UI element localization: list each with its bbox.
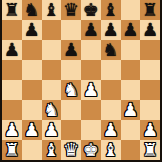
black-knight-icon[interactable]: ♞ xyxy=(24,1,40,19)
square-h4[interactable] xyxy=(140,80,160,100)
square-h1[interactable]: ♜ xyxy=(140,140,160,160)
square-h3[interactable] xyxy=(140,100,160,120)
square-c5[interactable] xyxy=(42,60,62,80)
chess-board-frame: ♜♞♝♛♚♝♜♟♟♟♟♟♟♟♞♞♟♞♟♟♟♟♟♟♜♝♛♚♝♜ xyxy=(0,0,162,162)
square-c8[interactable]: ♝ xyxy=(42,0,62,20)
square-h2[interactable]: ♟ xyxy=(140,120,160,140)
square-d7[interactable] xyxy=(61,20,81,40)
square-a4[interactable] xyxy=(2,80,22,100)
square-e1[interactable]: ♚ xyxy=(81,140,101,160)
square-a2[interactable]: ♟ xyxy=(2,120,22,140)
square-d3[interactable] xyxy=(61,100,81,120)
square-f3[interactable] xyxy=(101,100,121,120)
square-e2[interactable] xyxy=(81,120,101,140)
black-knight-icon[interactable]: ♞ xyxy=(103,41,119,59)
black-pawn-icon[interactable]: ♟ xyxy=(24,21,40,39)
square-a1[interactable]: ♜ xyxy=(2,140,22,160)
white-bishop-icon[interactable]: ♝ xyxy=(43,141,59,159)
square-d4[interactable]: ♞ xyxy=(61,80,81,100)
square-b1[interactable] xyxy=(22,140,42,160)
black-pawn-icon[interactable]: ♟ xyxy=(63,41,79,59)
black-pawn-icon[interactable]: ♟ xyxy=(122,21,138,39)
square-a3[interactable] xyxy=(2,100,22,120)
square-e3[interactable] xyxy=(81,100,101,120)
black-pawn-icon[interactable]: ♟ xyxy=(103,21,119,39)
white-pawn-icon[interactable]: ♟ xyxy=(83,81,99,99)
square-b5[interactable] xyxy=(22,60,42,80)
square-b7[interactable]: ♟ xyxy=(22,20,42,40)
white-pawn-icon[interactable]: ♟ xyxy=(24,121,40,139)
square-a5[interactable] xyxy=(2,60,22,80)
white-pawn-icon[interactable]: ♟ xyxy=(4,121,20,139)
square-c7[interactable] xyxy=(42,20,62,40)
square-g2[interactable] xyxy=(121,120,141,140)
square-g6[interactable] xyxy=(121,40,141,60)
square-b3[interactable] xyxy=(22,100,42,120)
square-f1[interactable]: ♝ xyxy=(101,140,121,160)
white-queen-icon[interactable]: ♛ xyxy=(63,141,79,159)
square-g8[interactable] xyxy=(121,0,141,20)
square-d5[interactable] xyxy=(61,60,81,80)
square-b2[interactable]: ♟ xyxy=(22,120,42,140)
square-c2[interactable]: ♟ xyxy=(42,120,62,140)
black-rook-icon[interactable]: ♜ xyxy=(142,1,158,19)
square-f4[interactable] xyxy=(101,80,121,100)
black-king-icon[interactable]: ♚ xyxy=(83,1,99,19)
square-e8[interactable]: ♚ xyxy=(81,0,101,20)
square-e7[interactable]: ♟ xyxy=(81,20,101,40)
black-queen-icon[interactable]: ♛ xyxy=(63,1,79,19)
square-f6[interactable]: ♞ xyxy=(101,40,121,60)
square-d8[interactable]: ♛ xyxy=(61,0,81,20)
square-g3[interactable]: ♟ xyxy=(121,100,141,120)
white-pawn-icon[interactable]: ♟ xyxy=(122,101,138,119)
square-b4[interactable] xyxy=(22,80,42,100)
square-h6[interactable] xyxy=(140,40,160,60)
square-c4[interactable] xyxy=(42,80,62,100)
black-pawn-icon[interactable]: ♟ xyxy=(4,41,20,59)
square-a8[interactable]: ♜ xyxy=(2,0,22,20)
square-c1[interactable]: ♝ xyxy=(42,140,62,160)
white-rook-icon[interactable]: ♜ xyxy=(4,141,20,159)
square-b8[interactable]: ♞ xyxy=(22,0,42,20)
square-d6[interactable]: ♟ xyxy=(61,40,81,60)
white-pawn-icon[interactable]: ♟ xyxy=(142,121,158,139)
square-c6[interactable] xyxy=(42,40,62,60)
square-d1[interactable]: ♛ xyxy=(61,140,81,160)
square-f7[interactable]: ♟ xyxy=(101,20,121,40)
square-g1[interactable] xyxy=(121,140,141,160)
square-a7[interactable] xyxy=(2,20,22,40)
square-g5[interactable] xyxy=(121,60,141,80)
black-bishop-icon[interactable]: ♝ xyxy=(103,1,119,19)
chess-board[interactable]: ♜♞♝♛♚♝♜♟♟♟♟♟♟♟♞♞♟♞♟♟♟♟♟♟♜♝♛♚♝♜ xyxy=(2,0,160,160)
white-pawn-icon[interactable]: ♟ xyxy=(103,121,119,139)
square-e6[interactable] xyxy=(81,40,101,60)
square-h5[interactable] xyxy=(140,60,160,80)
black-pawn-icon[interactable]: ♟ xyxy=(142,21,158,39)
square-g7[interactable]: ♟ xyxy=(121,20,141,40)
black-pawn-icon[interactable]: ♟ xyxy=(83,21,99,39)
square-f5[interactable] xyxy=(101,60,121,80)
white-bishop-icon[interactable]: ♝ xyxy=(103,141,119,159)
square-e4[interactable]: ♟ xyxy=(81,80,101,100)
white-knight-icon[interactable]: ♞ xyxy=(63,81,79,99)
white-rook-icon[interactable]: ♜ xyxy=(142,141,158,159)
square-b6[interactable] xyxy=(22,40,42,60)
square-f2[interactable]: ♟ xyxy=(101,120,121,140)
square-f8[interactable]: ♝ xyxy=(101,0,121,20)
black-rook-icon[interactable]: ♜ xyxy=(4,1,20,19)
white-king-icon[interactable]: ♚ xyxy=(83,141,99,159)
square-c3[interactable]: ♞ xyxy=(42,100,62,120)
square-e5[interactable] xyxy=(81,60,101,80)
black-bishop-icon[interactable]: ♝ xyxy=(43,1,59,19)
square-h8[interactable]: ♜ xyxy=(140,0,160,20)
white-pawn-icon[interactable]: ♟ xyxy=(43,121,59,139)
square-g4[interactable] xyxy=(121,80,141,100)
white-knight-icon[interactable]: ♞ xyxy=(43,101,59,119)
square-d2[interactable] xyxy=(61,120,81,140)
square-h7[interactable]: ♟ xyxy=(140,20,160,40)
square-a6[interactable]: ♟ xyxy=(2,40,22,60)
